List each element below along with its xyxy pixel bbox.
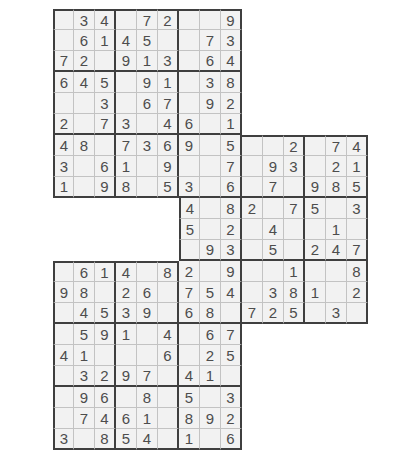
sudoku-cell-r19c3[interactable]: 6 [95,387,116,408]
sudoku-cell-r13c5[interactable] [137,261,158,282]
sudoku-cell-r3c5[interactable]: 1 [137,51,158,72]
sudoku-cell-r7c11[interactable] [263,135,284,156]
sudoku-cell-r6c6[interactable]: 4 [158,114,179,135]
sudoku-cell-r9c6[interactable]: 5 [158,177,179,198]
sudoku-cell-r17c2[interactable]: 1 [74,345,95,366]
sudoku-cell-r14c14[interactable] [326,282,347,303]
sudoku-cell-r17c6[interactable]: 6 [158,345,179,366]
sudoku-cell-r12c10[interactable] [242,240,263,261]
sudoku-cell-r11c15[interactable] [347,219,368,240]
sudoku-cell-r14c5[interactable]: 6 [137,282,158,303]
sudoku-cell-r6c2[interactable] [74,114,95,135]
sudoku-cell-r18c3[interactable]: 2 [95,366,116,387]
sudoku-cell-r2c5[interactable]: 5 [137,30,158,51]
sudoku-cell-r15c14[interactable]: 3 [326,303,347,324]
sudoku-cell-r15c11[interactable]: 2 [263,303,284,324]
sudoku-cell-r20c2[interactable]: 7 [74,408,95,429]
sudoku-cell-r5c3[interactable]: 3 [95,93,116,114]
sudoku-cell-r3c7[interactable] [179,51,200,72]
sudoku-cell-r7c5[interactable]: 3 [137,135,158,156]
sudoku-cell-r1c8[interactable] [200,9,221,30]
sudoku-cell-r13c15[interactable]: 8 [347,261,368,282]
sudoku-cell-r9c12[interactable] [284,177,305,198]
sudoku-cell-r9c14[interactable]: 8 [326,177,347,198]
sudoku-cell-r16c5[interactable] [137,324,158,345]
sudoku-cell-r7c7[interactable]: 9 [179,135,200,156]
sudoku-cell-r16c6[interactable]: 4 [158,324,179,345]
sudoku-cell-r11c14[interactable]: 1 [326,219,347,240]
sudoku-cell-r7c13[interactable] [305,135,326,156]
sudoku-cell-r10c9[interactable]: 8 [221,198,242,219]
sudoku-cell-r11c13[interactable] [305,219,326,240]
sudoku-cell-r5c9[interactable]: 2 [221,93,242,114]
sudoku-cell-r12c15[interactable]: 7 [347,240,368,261]
sudoku-cell-r16c3[interactable]: 9 [95,324,116,345]
sudoku-cell-r13c14[interactable] [326,261,347,282]
sudoku-cell-r13c9[interactable]: 9 [221,261,242,282]
sudoku-cell-r3c2[interactable]: 2 [74,51,95,72]
sudoku-cell-r17c4[interactable] [116,345,137,366]
sudoku-cell-r9c3[interactable]: 9 [95,177,116,198]
sudoku-cell-r17c7[interactable] [179,345,200,366]
sudoku-cell-r10c10[interactable]: 2 [242,198,263,219]
sudoku-cell-r3c3[interactable] [95,51,116,72]
sudoku-cell-r1c3[interactable]: 4 [95,9,116,30]
sudoku-cell-r5c1[interactable] [53,93,74,114]
sudoku-cell-r8c8[interactable] [200,156,221,177]
sudoku-cell-r3c4[interactable]: 9 [116,51,137,72]
sudoku-cell-r10c7[interactable]: 4 [179,198,200,219]
sudoku-cell-r17c3[interactable] [95,345,116,366]
sudoku-cell-r16c4[interactable]: 1 [116,324,137,345]
sudoku-cell-r21c7[interactable]: 1 [179,429,200,450]
sudoku-cell-r10c8[interactable] [200,198,221,219]
sudoku-cell-r17c1[interactable]: 4 [53,345,74,366]
sudoku-cell-r19c9[interactable]: 3 [221,387,242,408]
sudoku-cell-r21c1[interactable]: 3 [53,429,74,450]
sudoku-cell-r4c8[interactable]: 3 [200,72,221,93]
sudoku-cell-r13c1[interactable] [53,261,74,282]
sudoku-cell-r8c7[interactable] [179,156,200,177]
sudoku-cell-r13c8[interactable] [200,261,221,282]
sudoku-cell-r4c4[interactable] [116,72,137,93]
sudoku-cell-r21c9[interactable]: 6 [221,429,242,450]
sudoku-cell-r18c5[interactable]: 7 [137,366,158,387]
sudoku-cell-r20c8[interactable]: 9 [200,408,221,429]
sudoku-cell-r20c5[interactable]: 1 [137,408,158,429]
sudoku-cell-r14c3[interactable] [95,282,116,303]
sudoku-cell-r2c8[interactable]: 7 [200,30,221,51]
sudoku-cell-r6c9[interactable]: 1 [221,114,242,135]
sudoku-cell-r8c4[interactable]: 1 [116,156,137,177]
sudoku-cell-r14c1[interactable]: 9 [53,282,74,303]
sudoku-cell-r1c1[interactable] [53,9,74,30]
sudoku-cell-r16c7[interactable] [179,324,200,345]
sudoku-cell-r19c7[interactable]: 5 [179,387,200,408]
sudoku-cell-r14c10[interactable] [242,282,263,303]
sudoku-cell-r15c12[interactable]: 5 [284,303,305,324]
sudoku-cell-r15c8[interactable]: 8 [200,303,221,324]
sudoku-cell-r17c5[interactable] [137,345,158,366]
sudoku-cell-r2c7[interactable] [179,30,200,51]
sudoku-cell-r20c6[interactable] [158,408,179,429]
sudoku-cell-r6c3[interactable]: 7 [95,114,116,135]
sudoku-cell-r8c3[interactable]: 6 [95,156,116,177]
sudoku-cell-r16c8[interactable]: 6 [200,324,221,345]
sudoku-cell-r12c7[interactable] [179,240,200,261]
sudoku-cell-r5c8[interactable]: 9 [200,93,221,114]
sudoku-cell-r9c13[interactable]: 9 [305,177,326,198]
sudoku-cell-r15c3[interactable]: 5 [95,303,116,324]
sudoku-cell-r2c9[interactable]: 3 [221,30,242,51]
sudoku-cell-r18c1[interactable] [53,366,74,387]
sudoku-board: 3472961457372913646459138367922734614873… [53,9,368,450]
sudoku-cell-r19c5[interactable]: 8 [137,387,158,408]
sudoku-cell-r15c10[interactable]: 7 [242,303,263,324]
sudoku-cell-r3c6[interactable]: 3 [158,51,179,72]
sudoku-cell-r8c15[interactable]: 1 [347,156,368,177]
sudoku-cell-r15c15[interactable] [347,303,368,324]
sudoku-cell-r12c12[interactable] [284,240,305,261]
sudoku-cell-r16c1[interactable] [53,324,74,345]
sudoku-cell-r21c5[interactable]: 4 [137,429,158,450]
sudoku-cell-r8c1[interactable]: 3 [53,156,74,177]
sudoku-cell-r9c11[interactable]: 7 [263,177,284,198]
sudoku-cell-r7c6[interactable]: 6 [158,135,179,156]
sudoku-cell-r19c4[interactable] [116,387,137,408]
sudoku-cell-r14c13[interactable]: 1 [305,282,326,303]
sudoku-cell-r16c2[interactable]: 5 [74,324,95,345]
sudoku-cell-r20c1[interactable] [53,408,74,429]
sudoku-cell-r14c4[interactable]: 2 [116,282,137,303]
sudoku-cell-r9c10[interactable] [242,177,263,198]
sudoku-cell-r12c9[interactable]: 3 [221,240,242,261]
sudoku-cell-r14c6[interactable] [158,282,179,303]
sudoku-page: 3472961457372913646459138367922734614873… [0,0,400,464]
sudoku-cell-r9c5[interactable] [137,177,158,198]
sudoku-cell-r5c7[interactable] [179,93,200,114]
sudoku-cell-r11c11[interactable]: 4 [263,219,284,240]
sudoku-cell-r4c1[interactable]: 6 [53,72,74,93]
sudoku-cell-r18c8[interactable]: 1 [200,366,221,387]
sudoku-cell-r19c8[interactable] [200,387,221,408]
sudoku-cell-r19c1[interactable] [53,387,74,408]
sudoku-cell-r9c15[interactable]: 5 [347,177,368,198]
sudoku-cell-r19c6[interactable] [158,387,179,408]
sudoku-cell-r8c13[interactable] [305,156,326,177]
sudoku-cell-r11c12[interactable] [284,219,305,240]
sudoku-cell-r4c9[interactable]: 8 [221,72,242,93]
sudoku-cell-r5c5[interactable]: 6 [137,93,158,114]
sudoku-cell-r6c8[interactable] [200,114,221,135]
sudoku-cell-r7c4[interactable]: 7 [116,135,137,156]
sudoku-cell-r19c2[interactable]: 9 [74,387,95,408]
sudoku-cell-r7c8[interactable] [200,135,221,156]
sudoku-cell-r17c9[interactable]: 5 [221,345,242,366]
sudoku-cell-r18c9[interactable] [221,366,242,387]
sudoku-cell-r13c6[interactable]: 8 [158,261,179,282]
sudoku-cell-r9c1[interactable]: 1 [53,177,74,198]
sudoku-cell-r13c2[interactable]: 6 [74,261,95,282]
sudoku-cell-r21c8[interactable] [200,429,221,450]
sudoku-cell-r3c9[interactable]: 4 [221,51,242,72]
sudoku-cell-r6c5[interactable] [137,114,158,135]
sudoku-cell-r15c7[interactable]: 6 [179,303,200,324]
sudoku-cell-r10c13[interactable]: 5 [305,198,326,219]
sudoku-cell-r15c6[interactable] [158,303,179,324]
sudoku-cell-r5c6[interactable]: 7 [158,93,179,114]
sudoku-cell-r15c13[interactable] [305,303,326,324]
sudoku-cell-r21c3[interactable]: 8 [95,429,116,450]
sudoku-cell-r16c9[interactable]: 7 [221,324,242,345]
sudoku-cell-r20c9[interactable]: 2 [221,408,242,429]
sudoku-cell-r11c10[interactable] [242,219,263,240]
sudoku-cell-r2c6[interactable] [158,30,179,51]
sudoku-cell-r8c6[interactable]: 9 [158,156,179,177]
sudoku-cell-r1c7[interactable] [179,9,200,30]
sudoku-cell-r10c15[interactable]: 3 [347,198,368,219]
sudoku-cell-r7c9[interactable]: 5 [221,135,242,156]
sudoku-cell-r20c4[interactable]: 6 [116,408,137,429]
sudoku-cell-r5c2[interactable] [74,93,95,114]
sudoku-cell-r13c3[interactable]: 1 [95,261,116,282]
sudoku-cell-r1c4[interactable] [116,9,137,30]
sudoku-cell-r13c13[interactable] [305,261,326,282]
sudoku-cell-r8c10[interactable] [242,156,263,177]
sudoku-cell-r7c14[interactable]: 7 [326,135,347,156]
sudoku-cell-r18c4[interactable]: 9 [116,366,137,387]
sudoku-cell-r12c13[interactable]: 2 [305,240,326,261]
sudoku-cell-r9c2[interactable] [74,177,95,198]
sudoku-cell-r2c3[interactable]: 1 [95,30,116,51]
sudoku-cell-r7c12[interactable]: 2 [284,135,305,156]
sudoku-cell-r18c6[interactable] [158,366,179,387]
sudoku-cell-r14c8[interactable]: 5 [200,282,221,303]
sudoku-cell-r2c1[interactable] [53,30,74,51]
sudoku-cell-r13c10[interactable] [242,261,263,282]
sudoku-cell-r13c11[interactable] [263,261,284,282]
sudoku-cell-r15c2[interactable]: 4 [74,303,95,324]
sudoku-cell-r21c2[interactable] [74,429,95,450]
sudoku-cell-r7c1[interactable]: 4 [53,135,74,156]
sudoku-cell-r7c10[interactable] [242,135,263,156]
sudoku-cell-r10c12[interactable]: 7 [284,198,305,219]
sudoku-cell-r4c7[interactable] [179,72,200,93]
sudoku-cell-r14c2[interactable]: 8 [74,282,95,303]
sudoku-cell-r18c7[interactable]: 4 [179,366,200,387]
sudoku-cell-r12c8[interactable]: 9 [200,240,221,261]
sudoku-cell-r14c15[interactable]: 2 [347,282,368,303]
sudoku-cell-r4c3[interactable]: 5 [95,72,116,93]
sudoku-cell-r15c4[interactable]: 3 [116,303,137,324]
sudoku-cell-r20c3[interactable]: 4 [95,408,116,429]
sudoku-cell-r8c12[interactable]: 3 [284,156,305,177]
sudoku-cell-r12c14[interactable]: 4 [326,240,347,261]
sudoku-cell-r11c8[interactable] [200,219,221,240]
sudoku-cell-r13c4[interactable]: 4 [116,261,137,282]
sudoku-cell-r7c3[interactable] [95,135,116,156]
sudoku-cell-r10c14[interactable] [326,198,347,219]
sudoku-cell-r18c2[interactable]: 3 [74,366,95,387]
sudoku-cell-r17c8[interactable]: 2 [200,345,221,366]
sudoku-cell-r8c11[interactable]: 9 [263,156,284,177]
sudoku-cell-r8c2[interactable] [74,156,95,177]
sudoku-cell-r3c8[interactable]: 6 [200,51,221,72]
sudoku-cell-r4c2[interactable]: 4 [74,72,95,93]
sudoku-cell-r13c7[interactable]: 2 [179,261,200,282]
sudoku-cell-r10c11[interactable] [263,198,284,219]
sudoku-cell-r9c8[interactable] [200,177,221,198]
sudoku-cell-r9c4[interactable]: 8 [116,177,137,198]
sudoku-cell-r14c12[interactable]: 8 [284,282,305,303]
sudoku-cell-r1c2[interactable]: 3 [74,9,95,30]
sudoku-cell-r14c9[interactable]: 4 [221,282,242,303]
sudoku-cell-r13c12[interactable]: 1 [284,261,305,282]
sudoku-cell-r4c5[interactable]: 9 [137,72,158,93]
sudoku-cell-r1c5[interactable]: 7 [137,9,158,30]
sudoku-cell-r8c9[interactable]: 7 [221,156,242,177]
sudoku-cell-r8c14[interactable]: 2 [326,156,347,177]
sudoku-cell-r9c9[interactable]: 6 [221,177,242,198]
sudoku-cell-r2c4[interactable]: 4 [116,30,137,51]
sudoku-cell-r3c1[interactable]: 7 [53,51,74,72]
sudoku-cell-r15c9[interactable] [221,303,242,324]
sudoku-cell-r6c4[interactable]: 3 [116,114,137,135]
sudoku-cell-r21c4[interactable]: 5 [116,429,137,450]
sudoku-cell-r11c7[interactable]: 5 [179,219,200,240]
sudoku-cell-r8c5[interactable] [137,156,158,177]
sudoku-cell-r6c7[interactable]: 6 [179,114,200,135]
sudoku-cell-r6c1[interactable]: 2 [53,114,74,135]
sudoku-cell-r1c6[interactable]: 2 [158,9,179,30]
sudoku-cell-r9c7[interactable]: 3 [179,177,200,198]
sudoku-cell-r14c7[interactable]: 7 [179,282,200,303]
sudoku-cell-r5c4[interactable] [116,93,137,114]
sudoku-cell-r7c15[interactable]: 4 [347,135,368,156]
sudoku-cell-r21c6[interactable] [158,429,179,450]
sudoku-cell-r12c11[interactable]: 5 [263,240,284,261]
sudoku-cell-r2c2[interactable]: 6 [74,30,95,51]
sudoku-cell-r11c9[interactable]: 2 [221,219,242,240]
sudoku-cell-r20c7[interactable]: 8 [179,408,200,429]
sudoku-cell-r15c1[interactable] [53,303,74,324]
sudoku-cell-r14c11[interactable]: 3 [263,282,284,303]
sudoku-cell-r15c5[interactable]: 9 [137,303,158,324]
sudoku-cell-r1c9[interactable]: 9 [221,9,242,30]
sudoku-cell-r4c6[interactable]: 1 [158,72,179,93]
sudoku-cell-r7c2[interactable]: 8 [74,135,95,156]
